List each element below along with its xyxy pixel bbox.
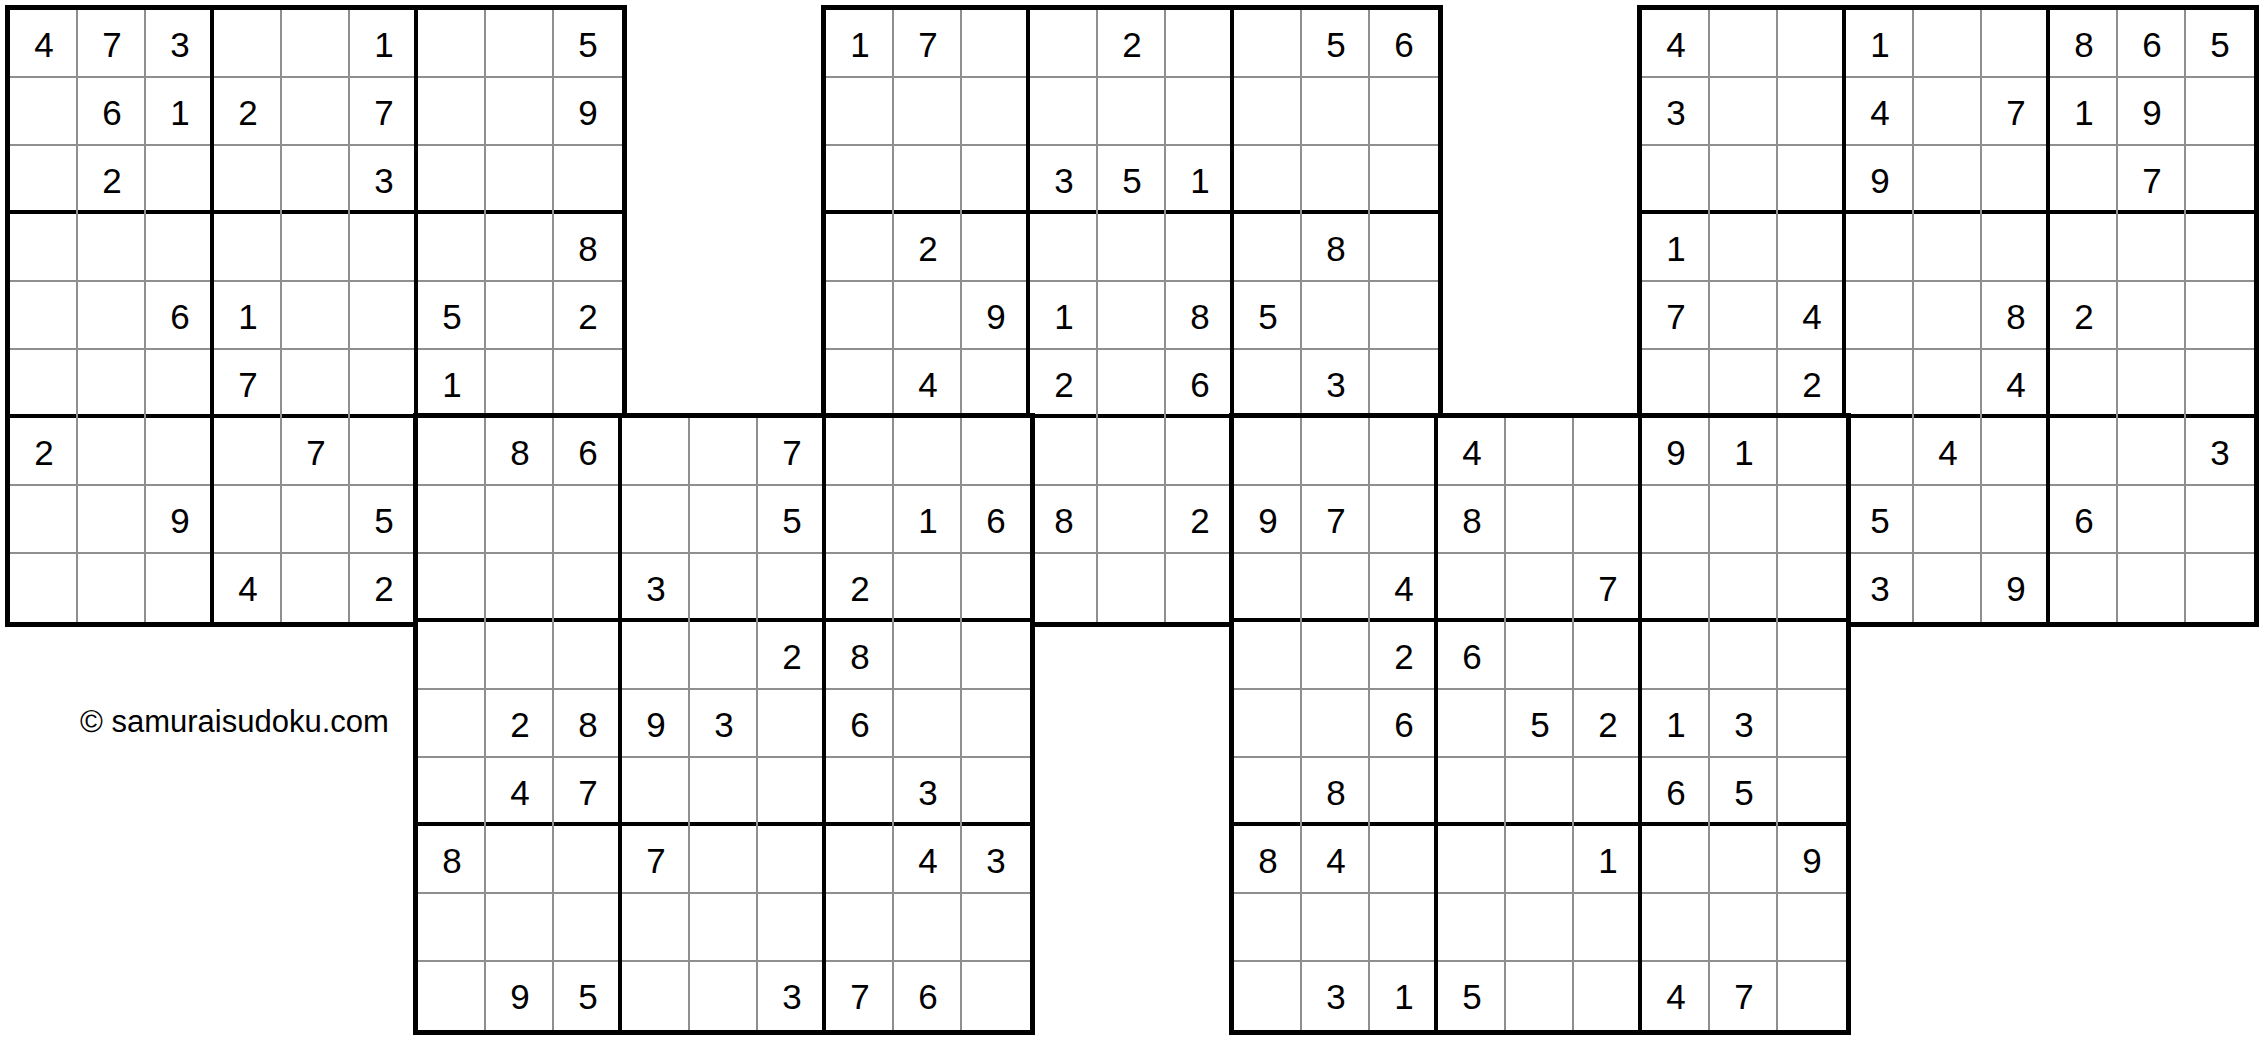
top-right-cell-r3c6[interactable]: [1982, 146, 2050, 214]
top-center-cell-r3c5[interactable]: 5: [1098, 146, 1166, 214]
bottom-right-cell-r1c7[interactable]: 9: [1642, 418, 1710, 486]
top-left-cell-r2c5[interactable]: [282, 78, 350, 146]
bottom-left-cell-r5c3[interactable]: 8: [554, 690, 622, 758]
top-right-cell-r5c8[interactable]: [2118, 282, 2186, 350]
top-left-cell-r3c2[interactable]: 2: [78, 146, 146, 214]
top-right-cell-r2c4[interactable]: 4: [1846, 78, 1914, 146]
top-right-cell-r3c7[interactable]: [2050, 146, 2118, 214]
bottom-right-cell-r5c9[interactable]: [1778, 690, 1846, 758]
top-right-cell-r5c2[interactable]: [1710, 282, 1778, 350]
top-right-cell-r4c6[interactable]: [1982, 214, 2050, 282]
top-left-cell-r5c9[interactable]: 2: [554, 282, 622, 350]
top-center-cell-r1c3[interactable]: [962, 10, 1030, 78]
top-center-cell-r2c9[interactable]: [1370, 78, 1438, 146]
top-right-cell-r7c6[interactable]: [1982, 418, 2050, 486]
bottom-right-cell-r3c3[interactable]: 4: [1370, 554, 1438, 622]
bottom-left-cell-r9c3[interactable]: 5: [554, 962, 622, 1030]
top-center-cell-r1c6[interactable]: [1166, 10, 1234, 78]
bottom-left-cell-r3c8[interactable]: [894, 554, 962, 622]
top-right-cell-r4c4[interactable]: [1846, 214, 1914, 282]
bottom-right-cell-r5c4[interactable]: [1438, 690, 1506, 758]
bottom-right-cell-r6c1[interactable]: [1234, 758, 1302, 826]
top-left-cell-r2c4[interactable]: 2: [214, 78, 282, 146]
bottom-right-cell-r7c9[interactable]: 9: [1778, 826, 1846, 894]
bottom-left-cell-r3c4[interactable]: 3: [622, 554, 690, 622]
bottom-right-cell-r3c5[interactable]: [1506, 554, 1574, 622]
top-right-cell-r1c6[interactable]: [1982, 10, 2050, 78]
top-right-cell-r7c8[interactable]: [2118, 418, 2186, 486]
top-center-cell-r6c1[interactable]: [826, 350, 894, 418]
bottom-left-cell-r6c3[interactable]: 7: [554, 758, 622, 826]
bottom-left-cell-r2c2[interactable]: [486, 486, 554, 554]
top-left-cell-r5c8[interactable]: [486, 282, 554, 350]
bottom-left-cell-r7c9[interactable]: 3: [962, 826, 1030, 894]
top-left-cell-r7c6[interactable]: [350, 418, 418, 486]
top-center-cell-r5c1[interactable]: [826, 282, 894, 350]
bottom-right-cell-r1c2[interactable]: [1302, 418, 1370, 486]
top-left-cell-r8c6[interactable]: 5: [350, 486, 418, 554]
bottom-right-cell-r5c1[interactable]: [1234, 690, 1302, 758]
top-right-cell-r1c1[interactable]: 4: [1642, 10, 1710, 78]
bottom-right-cell-r5c5[interactable]: 5: [1506, 690, 1574, 758]
top-right-cell-r7c5[interactable]: 4: [1914, 418, 1982, 486]
top-right-cell-r1c8[interactable]: 6: [2118, 10, 2186, 78]
top-left-cell-r2c8[interactable]: [486, 78, 554, 146]
top-left-cell-r2c1[interactable]: [10, 78, 78, 146]
top-center-cell-r4c2[interactable]: 2: [894, 214, 962, 282]
top-center-cell-r2c1[interactable]: [826, 78, 894, 146]
top-left-cell-r7c5[interactable]: 7: [282, 418, 350, 486]
top-right-cell-r6c5[interactable]: [1914, 350, 1982, 418]
bottom-left-cell-r8c1[interactable]: [418, 894, 486, 962]
bottom-right-cell-r9c1[interactable]: [1234, 962, 1302, 1030]
top-right-cell-r4c2[interactable]: [1710, 214, 1778, 282]
top-left-cell-r2c9[interactable]: 9: [554, 78, 622, 146]
bottom-left-cell-r2c4[interactable]: [622, 486, 690, 554]
bottom-left-cell-r6c8[interactable]: 3: [894, 758, 962, 826]
bottom-left-cell-r2c7[interactable]: [826, 486, 894, 554]
bottom-right-cell-r7c7[interactable]: [1642, 826, 1710, 894]
bottom-right-cell-r7c1[interactable]: 8: [1234, 826, 1302, 894]
bottom-right-cell-r9c7[interactable]: 4: [1642, 962, 1710, 1030]
top-right-cell-r5c6[interactable]: 8: [1982, 282, 2050, 350]
bottom-left-cell-r8c7[interactable]: [826, 894, 894, 962]
top-left-cell-r4c2[interactable]: [78, 214, 146, 282]
bottom-left-cell-r2c3[interactable]: [554, 486, 622, 554]
top-left-cell-r4c5[interactable]: [282, 214, 350, 282]
top-center-cell-r2c8[interactable]: [1302, 78, 1370, 146]
bottom-left-cell-r9c2[interactable]: 9: [486, 962, 554, 1030]
top-center-cell-r4c1[interactable]: [826, 214, 894, 282]
bottom-right-cell-r3c6[interactable]: 7: [1574, 554, 1642, 622]
top-right-cell-r6c2[interactable]: [1710, 350, 1778, 418]
top-center-cell-r5c3[interactable]: 9: [962, 282, 1030, 350]
bottom-right-cell-r4c6[interactable]: [1574, 622, 1642, 690]
top-left-cell-r3c6[interactable]: 3: [350, 146, 418, 214]
top-left-cell-r2c2[interactable]: 6: [78, 78, 146, 146]
top-left-cell-r6c1[interactable]: [10, 350, 78, 418]
top-left-cell-r9c2[interactable]: [78, 554, 146, 622]
top-right-cell-r1c9[interactable]: 5: [2186, 10, 2254, 78]
bottom-right-cell-r6c3[interactable]: [1370, 758, 1438, 826]
top-right-cell-r6c8[interactable]: [2118, 350, 2186, 418]
top-left-cell-r1c8[interactable]: [486, 10, 554, 78]
top-right-cell-r8c4[interactable]: 5: [1846, 486, 1914, 554]
top-right-cell-r2c6[interactable]: 7: [1982, 78, 2050, 146]
bottom-right-cell-r7c4[interactable]: [1438, 826, 1506, 894]
top-center-cell-r1c5[interactable]: 2: [1098, 10, 1166, 78]
bottom-left-cell-r6c6[interactable]: [758, 758, 826, 826]
top-center-cell-r2c4[interactable]: [1030, 78, 1098, 146]
bottom-left-cell-r3c3[interactable]: [554, 554, 622, 622]
top-right-cell-r5c3[interactable]: 4: [1778, 282, 1846, 350]
bottom-right-cell-r8c1[interactable]: [1234, 894, 1302, 962]
bottom-right-cell-r3c4[interactable]: [1438, 554, 1506, 622]
top-left-cell-r5c7[interactable]: 5: [418, 282, 486, 350]
bottom-left-cell-r5c2[interactable]: 2: [486, 690, 554, 758]
top-right-cell-r9c4[interactable]: 3: [1846, 554, 1914, 622]
bottom-left-cell-r2c8[interactable]: 1: [894, 486, 962, 554]
bottom-left-cell-r7c7[interactable]: [826, 826, 894, 894]
top-left-cell-r2c7[interactable]: [418, 78, 486, 146]
top-right-cell-r8c8[interactable]: [2118, 486, 2186, 554]
bottom-right-cell-r6c6[interactable]: [1574, 758, 1642, 826]
top-center-cell-r4c3[interactable]: [962, 214, 1030, 282]
top-center-cell-r3c1[interactable]: [826, 146, 894, 214]
top-center-cell-r5c2[interactable]: [894, 282, 962, 350]
bottom-right-cell-r8c5[interactable]: [1506, 894, 1574, 962]
bottom-left-cell-r2c5[interactable]: [690, 486, 758, 554]
bottom-left-cell-r7c1[interactable]: 8: [418, 826, 486, 894]
bottom-left-cell-r5c7[interactable]: 6: [826, 690, 894, 758]
top-center-cell-r1c1[interactable]: 1: [826, 10, 894, 78]
top-center-cell-r3c7[interactable]: [1234, 146, 1302, 214]
bottom-right-cell-r2c4[interactable]: 8: [1438, 486, 1506, 554]
bottom-left-cell-r1c7[interactable]: [826, 418, 894, 486]
top-right-cell-r2c2[interactable]: [1710, 78, 1778, 146]
bottom-right-cell-r4c2[interactable]: [1302, 622, 1370, 690]
top-right-cell-r4c8[interactable]: [2118, 214, 2186, 282]
bottom-left-cell-r1c3[interactable]: 6: [554, 418, 622, 486]
top-right-cell-r7c9[interactable]: 3: [2186, 418, 2254, 486]
top-right-cell-r8c9[interactable]: [2186, 486, 2254, 554]
bottom-right-cell-r1c6[interactable]: [1574, 418, 1642, 486]
bottom-right-cell-r5c7[interactable]: 1: [1642, 690, 1710, 758]
bottom-right-cell-r3c8[interactable]: [1710, 554, 1778, 622]
top-right-cell-r6c9[interactable]: [2186, 350, 2254, 418]
top-center-cell-r3c6[interactable]: 1: [1166, 146, 1234, 214]
bottom-left-cell-r1c4[interactable]: [622, 418, 690, 486]
top-left-cell-r6c4[interactable]: 7: [214, 350, 282, 418]
top-left-cell-r3c9[interactable]: [554, 146, 622, 214]
top-left-cell-r8c5[interactable]: [282, 486, 350, 554]
bottom-left-cell-r9c7[interactable]: 7: [826, 962, 894, 1030]
top-left-cell-r4c7[interactable]: [418, 214, 486, 282]
bottom-right-cell-r7c5[interactable]: [1506, 826, 1574, 894]
top-center-cell-r5c5[interactable]: [1098, 282, 1166, 350]
top-left-cell-r8c1[interactable]: [10, 486, 78, 554]
top-left-cell-r1c7[interactable]: [418, 10, 486, 78]
top-center-cell-r4c8[interactable]: 8: [1302, 214, 1370, 282]
top-right-cell-r2c7[interactable]: 1: [2050, 78, 2118, 146]
top-right-cell-r3c4[interactable]: 9: [1846, 146, 1914, 214]
bottom-left-cell-r5c4[interactable]: 9: [622, 690, 690, 758]
top-right-cell-r6c6[interactable]: 4: [1982, 350, 2050, 418]
top-center-cell-r6c7[interactable]: [1234, 350, 1302, 418]
bottom-left-cell-r1c8[interactable]: [894, 418, 962, 486]
bottom-right-cell-r4c1[interactable]: [1234, 622, 1302, 690]
top-right-cell-r4c9[interactable]: [2186, 214, 2254, 282]
bottom-left-cell-r5c1[interactable]: [418, 690, 486, 758]
bottom-left-cell-r3c2[interactable]: [486, 554, 554, 622]
bottom-left-cell-r4c6[interactable]: 2: [758, 622, 826, 690]
top-center-cell-r5c9[interactable]: [1370, 282, 1438, 350]
bottom-left-cell-r2c6[interactable]: 5: [758, 486, 826, 554]
bottom-right-cell-r2c7[interactable]: [1642, 486, 1710, 554]
bottom-left-cell-r2c9[interactable]: 6: [962, 486, 1030, 554]
bottom-left-cell-r8c2[interactable]: [486, 894, 554, 962]
top-left-cell-r1c1[interactable]: 4: [10, 10, 78, 78]
top-center-cell-r1c9[interactable]: 6: [1370, 10, 1438, 78]
top-left-cell-r7c3[interactable]: [146, 418, 214, 486]
top-left-cell-r3c3[interactable]: [146, 146, 214, 214]
top-right-cell-r3c2[interactable]: [1710, 146, 1778, 214]
top-left-cell-r8c2[interactable]: [78, 486, 146, 554]
top-center-cell-r2c5[interactable]: [1098, 78, 1166, 146]
bottom-left-cell-r9c5[interactable]: [690, 962, 758, 1030]
top-center-cell-r9c4[interactable]: [1030, 554, 1098, 622]
top-left-cell-r6c6[interactable]: [350, 350, 418, 418]
top-center-cell-r8c5[interactable]: [1098, 486, 1166, 554]
top-right-cell-r1c7[interactable]: 8: [2050, 10, 2118, 78]
top-center-cell-r5c8[interactable]: [1302, 282, 1370, 350]
top-center-cell-r7c4[interactable]: [1030, 418, 1098, 486]
top-center-cell-r1c7[interactable]: [1234, 10, 1302, 78]
top-left-cell-r5c3[interactable]: 6: [146, 282, 214, 350]
top-right-cell-r3c8[interactable]: 7: [2118, 146, 2186, 214]
top-left-cell-r1c6[interactable]: 1: [350, 10, 418, 78]
top-right-cell-r2c8[interactable]: 9: [2118, 78, 2186, 146]
top-right-cell-r4c5[interactable]: [1914, 214, 1982, 282]
top-left-cell-r6c7[interactable]: 1: [418, 350, 486, 418]
top-center-cell-r2c2[interactable]: [894, 78, 962, 146]
bottom-right-cell-r9c5[interactable]: [1506, 962, 1574, 1030]
bottom-left-cell-r8c6[interactable]: [758, 894, 826, 962]
top-center-cell-r6c6[interactable]: 6: [1166, 350, 1234, 418]
bottom-right-cell-r1c5[interactable]: [1506, 418, 1574, 486]
bottom-right-cell-r8c8[interactable]: [1710, 894, 1778, 962]
top-left-cell-r6c8[interactable]: [486, 350, 554, 418]
bottom-right-cell-r3c1[interactable]: [1234, 554, 1302, 622]
top-right-cell-r2c3[interactable]: [1778, 78, 1846, 146]
bottom-left-cell-r5c8[interactable]: [894, 690, 962, 758]
top-center-cell-r4c5[interactable]: [1098, 214, 1166, 282]
bottom-right-cell-r6c4[interactable]: [1438, 758, 1506, 826]
top-center-cell-r2c3[interactable]: [962, 78, 1030, 146]
bottom-right-cell-r5c6[interactable]: 2: [1574, 690, 1642, 758]
bottom-left-cell-r6c9[interactable]: [962, 758, 1030, 826]
top-left-cell-r4c6[interactable]: [350, 214, 418, 282]
bottom-left-cell-r5c5[interactable]: 3: [690, 690, 758, 758]
bottom-left-cell-r7c6[interactable]: [758, 826, 826, 894]
bottom-left-cell-r1c1[interactable]: [418, 418, 486, 486]
bottom-right-cell-r1c1[interactable]: [1234, 418, 1302, 486]
top-left-cell-r3c1[interactable]: [10, 146, 78, 214]
top-left-cell-r9c1[interactable]: [10, 554, 78, 622]
bottom-right-cell-r7c3[interactable]: [1370, 826, 1438, 894]
top-left-cell-r5c6[interactable]: [350, 282, 418, 350]
top-left-cell-r4c3[interactable]: [146, 214, 214, 282]
top-center-cell-r7c6[interactable]: [1166, 418, 1234, 486]
bottom-right-cell-r6c9[interactable]: [1778, 758, 1846, 826]
bottom-left-cell-r9c1[interactable]: [418, 962, 486, 1030]
top-right-cell-r5c9[interactable]: [2186, 282, 2254, 350]
top-center-cell-r6c2[interactable]: 4: [894, 350, 962, 418]
bottom-right-cell-r9c6[interactable]: [1574, 962, 1642, 1030]
bottom-right-cell-r9c2[interactable]: 3: [1302, 962, 1370, 1030]
top-center-cell-r3c2[interactable]: [894, 146, 962, 214]
bottom-left-cell-r8c5[interactable]: [690, 894, 758, 962]
top-left-cell-r2c6[interactable]: 7: [350, 78, 418, 146]
bottom-right-cell-r3c7[interactable]: [1642, 554, 1710, 622]
top-center-cell-r8c6[interactable]: 2: [1166, 486, 1234, 554]
bottom-left-cell-r3c5[interactable]: [690, 554, 758, 622]
top-center-cell-r9c6[interactable]: [1166, 554, 1234, 622]
top-center-cell-r8c4[interactable]: 8: [1030, 486, 1098, 554]
bottom-right-cell-r6c7[interactable]: 6: [1642, 758, 1710, 826]
bottom-right-cell-r4c5[interactable]: [1506, 622, 1574, 690]
top-left-cell-r3c8[interactable]: [486, 146, 554, 214]
bottom-left-cell-r4c4[interactable]: [622, 622, 690, 690]
top-right-cell-r9c5[interactable]: [1914, 554, 1982, 622]
bottom-left-cell-r9c9[interactable]: [962, 962, 1030, 1030]
bottom-right-cell-r3c9[interactable]: [1778, 554, 1846, 622]
bottom-left-cell-r7c4[interactable]: 7: [622, 826, 690, 894]
top-left-cell-r3c7[interactable]: [418, 146, 486, 214]
top-center-cell-r3c3[interactable]: [962, 146, 1030, 214]
bottom-left-cell-r1c9[interactable]: [962, 418, 1030, 486]
bottom-right-cell-r7c2[interactable]: 4: [1302, 826, 1370, 894]
top-right-cell-r8c5[interactable]: [1914, 486, 1982, 554]
bottom-right-cell-r2c1[interactable]: 9: [1234, 486, 1302, 554]
top-center-cell-r4c7[interactable]: [1234, 214, 1302, 282]
top-left-cell-r6c9[interactable]: [554, 350, 622, 418]
top-right-cell-r5c1[interactable]: 7: [1642, 282, 1710, 350]
bottom-right-cell-r8c7[interactable]: [1642, 894, 1710, 962]
top-right-cell-r4c7[interactable]: [2050, 214, 2118, 282]
top-center-cell-r6c4[interactable]: 2: [1030, 350, 1098, 418]
bottom-left-cell-r6c7[interactable]: [826, 758, 894, 826]
top-center-cell-r5c6[interactable]: 8: [1166, 282, 1234, 350]
bottom-right-cell-r9c4[interactable]: 5: [1438, 962, 1506, 1030]
bottom-right-cell-r9c8[interactable]: 7: [1710, 962, 1778, 1030]
bottom-right-cell-r2c2[interactable]: 7: [1302, 486, 1370, 554]
bottom-left-cell-r3c7[interactable]: 2: [826, 554, 894, 622]
bottom-left-cell-r2c1[interactable]: [418, 486, 486, 554]
bottom-right-cell-r7c8[interactable]: [1710, 826, 1778, 894]
bottom-right-cell-r5c2[interactable]: [1302, 690, 1370, 758]
top-center-cell-r6c3[interactable]: [962, 350, 1030, 418]
top-right-cell-r6c4[interactable]: [1846, 350, 1914, 418]
top-left-cell-r9c3[interactable]: [146, 554, 214, 622]
bottom-right-cell-r4c9[interactable]: [1778, 622, 1846, 690]
top-right-cell-r2c1[interactable]: 3: [1642, 78, 1710, 146]
bottom-left-cell-r6c1[interactable]: [418, 758, 486, 826]
top-right-cell-r7c7[interactable]: [2050, 418, 2118, 486]
top-right-cell-r1c3[interactable]: [1778, 10, 1846, 78]
top-left-cell-r4c9[interactable]: 8: [554, 214, 622, 282]
bottom-left-cell-r8c8[interactable]: [894, 894, 962, 962]
bottom-left-cell-r9c6[interactable]: 3: [758, 962, 826, 1030]
bottom-left-cell-r3c1[interactable]: [418, 554, 486, 622]
bottom-right-cell-r9c3[interactable]: 1: [1370, 962, 1438, 1030]
top-left-cell-r4c8[interactable]: [486, 214, 554, 282]
bottom-right-cell-r1c3[interactable]: [1370, 418, 1438, 486]
bottom-right-cell-r2c6[interactable]: [1574, 486, 1642, 554]
top-center-cell-r6c9[interactable]: [1370, 350, 1438, 418]
top-center-cell-r6c5[interactable]: [1098, 350, 1166, 418]
bottom-right-cell-r8c3[interactable]: [1370, 894, 1438, 962]
bottom-right-cell-r2c3[interactable]: [1370, 486, 1438, 554]
top-center-cell-r3c8[interactable]: [1302, 146, 1370, 214]
bottom-left-cell-r3c6[interactable]: [758, 554, 826, 622]
bottom-right-cell-r9c9[interactable]: [1778, 962, 1846, 1030]
top-left-cell-r9c4[interactable]: 4: [214, 554, 282, 622]
top-left-cell-r7c4[interactable]: [214, 418, 282, 486]
bottom-left-cell-r4c9[interactable]: [962, 622, 1030, 690]
top-right-cell-r5c4[interactable]: [1846, 282, 1914, 350]
top-right-cell-r9c6[interactable]: 9: [1982, 554, 2050, 622]
top-center-cell-r9c5[interactable]: [1098, 554, 1166, 622]
bottom-right-cell-r4c8[interactable]: [1710, 622, 1778, 690]
top-left-cell-r1c3[interactable]: 3: [146, 10, 214, 78]
bottom-right-cell-r6c5[interactable]: [1506, 758, 1574, 826]
top-right-cell-r4c1[interactable]: 1: [1642, 214, 1710, 282]
bottom-right-cell-r8c6[interactable]: [1574, 894, 1642, 962]
top-right-cell-r9c8[interactable]: [2118, 554, 2186, 622]
top-right-cell-r4c3[interactable]: [1778, 214, 1846, 282]
bottom-right-cell-r3c2[interactable]: [1302, 554, 1370, 622]
top-left-cell-r2c3[interactable]: 1: [146, 78, 214, 146]
top-right-cell-r9c9[interactable]: [2186, 554, 2254, 622]
top-right-cell-r6c1[interactable]: [1642, 350, 1710, 418]
top-left-cell-r9c5[interactable]: [282, 554, 350, 622]
top-left-cell-r4c4[interactable]: [214, 214, 282, 282]
top-left-cell-r6c2[interactable]: [78, 350, 146, 418]
bottom-right-cell-r2c9[interactable]: [1778, 486, 1846, 554]
bottom-right-cell-r1c9[interactable]: [1778, 418, 1846, 486]
top-left-cell-r5c4[interactable]: 1: [214, 282, 282, 350]
top-right-cell-r9c7[interactable]: [2050, 554, 2118, 622]
bottom-right-cell-r1c4[interactable]: 4: [1438, 418, 1506, 486]
top-center-cell-r2c7[interactable]: [1234, 78, 1302, 146]
top-left-cell-r8c4[interactable]: [214, 486, 282, 554]
top-center-cell-r5c4[interactable]: 1: [1030, 282, 1098, 350]
top-center-cell-r3c9[interactable]: [1370, 146, 1438, 214]
top-center-cell-r4c4[interactable]: [1030, 214, 1098, 282]
top-left-cell-r5c5[interactable]: [282, 282, 350, 350]
top-left-cell-r1c2[interactable]: 7: [78, 10, 146, 78]
top-left-cell-r3c5[interactable]: [282, 146, 350, 214]
bottom-left-cell-r4c8[interactable]: [894, 622, 962, 690]
top-left-cell-r8c3[interactable]: 9: [146, 486, 214, 554]
top-center-cell-r6c8[interactable]: 3: [1302, 350, 1370, 418]
top-right-cell-r6c7[interactable]: [2050, 350, 2118, 418]
top-left-cell-r3c4[interactable]: [214, 146, 282, 214]
bottom-left-cell-r5c9[interactable]: [962, 690, 1030, 758]
bottom-left-cell-r7c8[interactable]: 4: [894, 826, 962, 894]
bottom-left-cell-r8c3[interactable]: [554, 894, 622, 962]
